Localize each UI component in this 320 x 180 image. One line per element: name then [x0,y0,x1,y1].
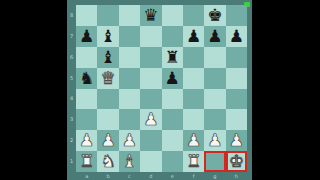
square-b8[interactable] [97,5,118,26]
square-e4[interactable] [162,89,183,110]
file-label-e: e [162,172,183,180]
piece-white-pawn[interactable]: ♟ [229,132,244,149]
rank-label-2: 2 [67,130,76,151]
square-a8[interactable] [76,5,97,26]
square-f7[interactable]: ♟ [183,26,204,47]
square-c5[interactable] [119,68,140,89]
square-e6[interactable]: ♜ [162,47,183,68]
rank-label-4: 4 [67,89,76,110]
square-e3[interactable] [162,109,183,130]
square-d5[interactable] [140,68,161,89]
square-d6[interactable] [140,47,161,68]
file-label-f: f [183,172,204,180]
square-b5[interactable]: ♛ [97,68,118,89]
square-e8[interactable] [162,5,183,26]
square-b4[interactable] [97,89,118,110]
square-h2[interactable]: ♟ [226,130,247,151]
square-f5[interactable] [183,68,204,89]
square-h6[interactable] [226,47,247,68]
square-g5[interactable] [204,68,225,89]
square-e5[interactable]: ♟ [162,68,183,89]
piece-white-pawn[interactable]: ♟ [143,111,158,128]
piece-white-king[interactable]: ♚ [229,153,244,170]
piece-white-pawn[interactable]: ♟ [79,132,94,149]
square-a6[interactable] [76,47,97,68]
square-f1[interactable]: ♜ [183,151,204,172]
piece-black-bishop[interactable]: ♝ [100,27,115,44]
square-a1[interactable]: ♜ [76,151,97,172]
piece-white-rook[interactable]: ♜ [79,153,94,170]
piece-white-pawn[interactable]: ♟ [207,132,222,149]
square-d1[interactable] [140,151,161,172]
square-a5[interactable]: ♞ [76,68,97,89]
square-b6[interactable]: ♝ [97,47,118,68]
square-d7[interactable] [140,26,161,47]
piece-white-knight[interactable]: ♞ [100,153,115,170]
rank-label-5: 5 [67,68,76,89]
square-b1[interactable]: ♞ [97,151,118,172]
rank-label-6: 6 [67,47,76,68]
square-a3[interactable] [76,109,97,130]
square-g8[interactable]: ♚ [204,5,225,26]
square-f4[interactable] [183,89,204,110]
square-g4[interactable] [204,89,225,110]
piece-black-pawn[interactable]: ♟ [207,27,222,44]
square-c2[interactable]: ♟ [119,130,140,151]
square-f3[interactable] [183,109,204,130]
file-label-c: c [119,172,140,180]
rank-label-3: 3 [67,109,76,130]
square-g7[interactable]: ♟ [204,26,225,47]
rank-label-8: 8 [67,5,76,26]
square-a2[interactable]: ♟ [76,130,97,151]
square-g1[interactable] [204,151,225,172]
piece-white-rook[interactable]: ♜ [186,153,201,170]
rank-label-1: 1 [67,151,76,172]
square-g3[interactable] [204,109,225,130]
piece-black-pawn[interactable]: ♟ [79,27,94,44]
piece-white-pawn[interactable]: ♟ [122,132,137,149]
square-h4[interactable] [226,89,247,110]
square-d4[interactable] [140,89,161,110]
square-h1[interactable]: ♚ [226,151,247,172]
square-c4[interactable] [119,89,140,110]
square-b2[interactable]: ♟ [97,130,118,151]
square-h3[interactable] [226,109,247,130]
square-a7[interactable]: ♟ [76,26,97,47]
piece-white-pawn[interactable]: ♟ [100,132,115,149]
board-squares: ♛♚♟♝♟♟♟♝♜♞♛♟♟♟♟♟♟♟♟♜♞♝♜♚ [76,5,247,172]
square-f8[interactable] [183,5,204,26]
file-labels: abcdefgh [76,172,247,180]
square-e2[interactable] [162,130,183,151]
file-label-d: d [140,172,161,180]
square-c6[interactable] [119,47,140,68]
file-label-a: a [76,172,97,180]
file-label-h: h [226,172,247,180]
square-c7[interactable] [119,26,140,47]
square-c8[interactable] [119,5,140,26]
piece-white-pawn[interactable]: ♟ [186,132,201,149]
square-b7[interactable]: ♝ [97,26,118,47]
square-d2[interactable] [140,130,161,151]
square-d8[interactable]: ♛ [140,5,161,26]
chess-board: 87654321 abcdefgh ♛♚♟♝♟♟♟♝♜♞♛♟♟♟♟♟♟♟♟♜♞♝… [67,0,252,180]
square-f6[interactable] [183,47,204,68]
square-h5[interactable] [226,68,247,89]
square-c1[interactable]: ♝ [119,151,140,172]
piece-white-bishop[interactable]: ♝ [122,153,137,170]
file-label-b: b [97,172,118,180]
piece-black-king[interactable]: ♚ [207,6,222,23]
piece-black-queen[interactable]: ♛ [143,6,158,23]
square-a4[interactable] [76,89,97,110]
rank-labels: 87654321 [67,5,76,172]
square-f2[interactable]: ♟ [183,130,204,151]
piece-white-queen[interactable]: ♛ [100,69,115,86]
piece-black-bishop[interactable]: ♝ [100,48,115,65]
square-h8[interactable] [226,5,247,26]
square-g6[interactable] [204,47,225,68]
piece-black-knight[interactable]: ♞ [79,69,94,86]
piece-black-pawn[interactable]: ♟ [186,27,201,44]
square-g2[interactable]: ♟ [204,130,225,151]
file-label-g: g [204,172,225,180]
piece-black-rook[interactable]: ♜ [165,48,180,65]
square-e1[interactable] [162,151,183,172]
square-c3[interactable] [119,109,140,130]
square-h7[interactable]: ♟ [226,26,247,47]
square-d3[interactable]: ♟ [140,109,161,130]
piece-black-pawn[interactable]: ♟ [165,69,180,86]
square-b3[interactable] [97,109,118,130]
square-e7[interactable] [162,26,183,47]
rank-label-7: 7 [67,26,76,47]
piece-black-pawn[interactable]: ♟ [229,27,244,44]
